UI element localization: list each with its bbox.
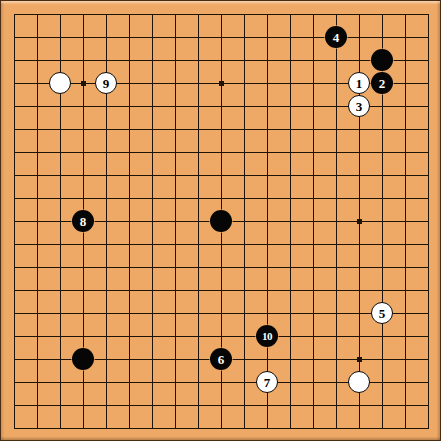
star-point	[357, 219, 362, 224]
stone-white-e16: 9	[95, 72, 117, 94]
stone-black-d4	[72, 348, 94, 370]
stone-black-k10	[210, 210, 232, 232]
stone-white-q3	[348, 371, 370, 393]
stone-black-r16: 2	[371, 72, 393, 94]
stone-white-q15: 3	[348, 95, 370, 117]
stone-white-c16	[49, 72, 71, 94]
stone-white-r6: 5	[371, 302, 393, 324]
star-point	[81, 81, 86, 86]
star-point	[219, 81, 224, 86]
stone-white-q16: 1	[348, 72, 370, 94]
stone-white-m3: 7	[256, 371, 278, 393]
stone-black-o18: 4	[325, 26, 347, 48]
go-board: 94123851067	[0, 0, 441, 441]
stone-black-d10: 8	[72, 210, 94, 232]
stone-black-m5: 10	[256, 325, 278, 347]
stone-black-k4: 6	[210, 348, 232, 370]
star-point	[357, 357, 362, 362]
stone-black-r17	[371, 49, 393, 71]
